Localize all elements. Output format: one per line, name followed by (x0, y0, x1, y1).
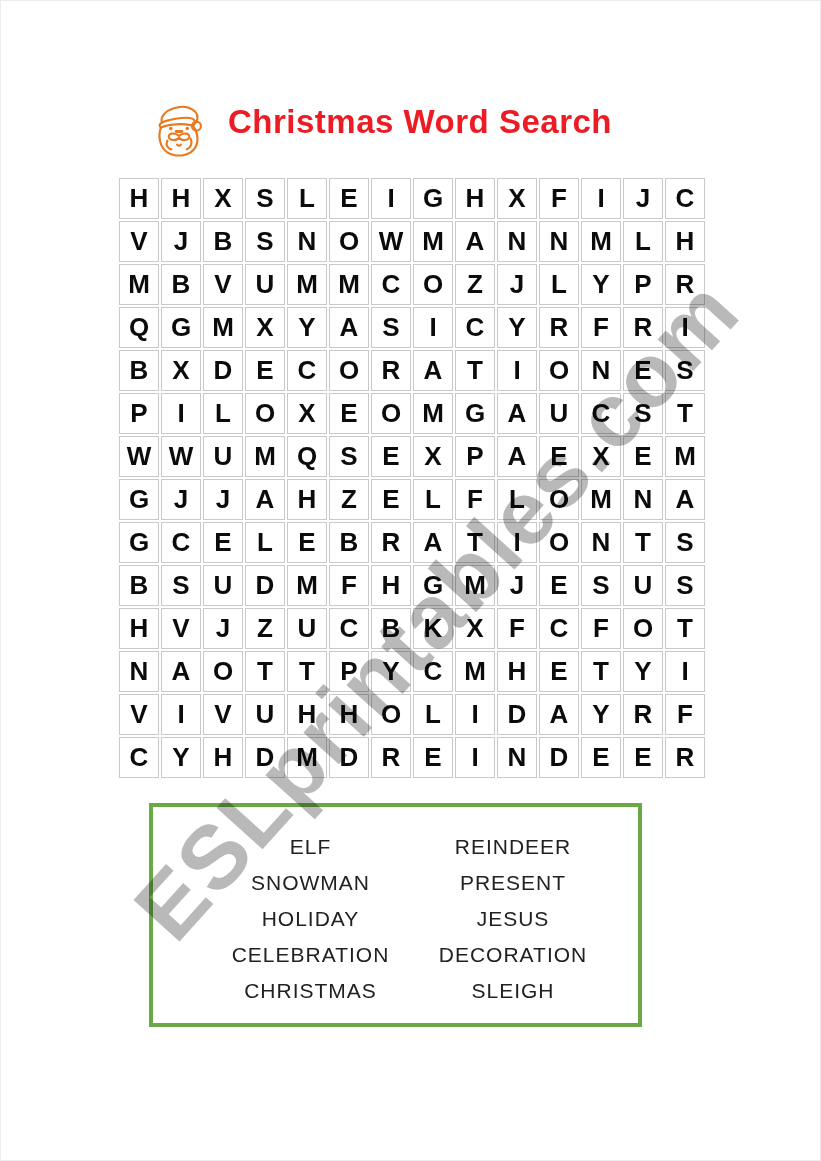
grid-cell-r10c10[interactable]: J (497, 565, 537, 606)
grid-cell-r13c14[interactable]: F (665, 694, 705, 735)
grid-cell-r7c11[interactable]: E (539, 436, 579, 477)
grid-cell-r8c1[interactable]: G (119, 479, 159, 520)
grid-cell-r10c12[interactable]: S (581, 565, 621, 606)
grid-cell-r12c3[interactable]: O (203, 651, 243, 692)
grid-cell-r1c9[interactable]: H (455, 178, 495, 219)
grid-cell-r9c11[interactable]: O (539, 522, 579, 563)
grid-cell-r7c7[interactable]: E (371, 436, 411, 477)
grid-cell-r4c2[interactable]: G (161, 307, 201, 348)
grid-cell-r7c2[interactable]: W (161, 436, 201, 477)
grid-cell-r3c14[interactable]: R (665, 264, 705, 305)
grid-cell-r8c10[interactable]: L (497, 479, 537, 520)
grid-cell-r9c10[interactable]: I (497, 522, 537, 563)
grid-cell-r14c12[interactable]: E (581, 737, 621, 778)
grid-cell-r2c3[interactable]: B (203, 221, 243, 262)
grid-cell-r7c9[interactable]: P (455, 436, 495, 477)
grid-cell-r8c6[interactable]: Z (329, 479, 369, 520)
grid-cell-r3c5[interactable]: M (287, 264, 327, 305)
grid-cell-r2c7[interactable]: W (371, 221, 411, 262)
grid-cell-r5c2[interactable]: X (161, 350, 201, 391)
grid-cell-r3c7[interactable]: C (371, 264, 411, 305)
grid-cell-r12c14[interactable]: I (665, 651, 705, 692)
grid-cell-r10c14[interactable]: S (665, 565, 705, 606)
grid-cell-r10c7[interactable]: H (371, 565, 411, 606)
grid-cell-r5c3[interactable]: D (203, 350, 243, 391)
grid-cell-r2c6[interactable]: O (329, 221, 369, 262)
grid-cell-r1c11[interactable]: F (539, 178, 579, 219)
grid-cell-r5c7[interactable]: R (371, 350, 411, 391)
grid-cell-r13c7[interactable]: O (371, 694, 411, 735)
grid-cell-r9c14[interactable]: S (665, 522, 705, 563)
grid-cell-r6c5[interactable]: X (287, 393, 327, 434)
grid-cell-r5c13[interactable]: E (623, 350, 663, 391)
grid-cell-r8c13[interactable]: N (623, 479, 663, 520)
grid-cell-r10c9[interactable]: M (455, 565, 495, 606)
grid-cell-r2c12[interactable]: M (581, 221, 621, 262)
grid-cell-r14c11[interactable]: D (539, 737, 579, 778)
grid-cell-r4c7[interactable]: S (371, 307, 411, 348)
grid-cell-r7c10[interactable]: A (497, 436, 537, 477)
wordsearch-grid: HHXSLEIGHXFIJCVJBSNOWMANNMLHMBVUMMCOZJLY… (119, 178, 705, 778)
grid-cell-r12c4[interactable]: T (245, 651, 285, 692)
grid-cell-r8c14[interactable]: A (665, 479, 705, 520)
grid-cell-r9c9[interactable]: T (455, 522, 495, 563)
grid-cell-r6c6[interactable]: E (329, 393, 369, 434)
grid-cell-r1c10[interactable]: X (497, 178, 537, 219)
grid-cell-r7c14[interactable]: M (665, 436, 705, 477)
grid-cell-r5c11[interactable]: O (539, 350, 579, 391)
grid-cell-r7c5[interactable]: Q (287, 436, 327, 477)
grid-cell-r4c3[interactable]: M (203, 307, 243, 348)
page-title: Christmas Word Search (228, 103, 612, 141)
grid-cell-r13c9[interactable]: I (455, 694, 495, 735)
grid-cell-r5c4[interactable]: E (245, 350, 285, 391)
grid-cell-r4c6[interactable]: A (329, 307, 369, 348)
grid-cell-r11c4[interactable]: Z (245, 608, 285, 649)
grid-cell-r13c10[interactable]: D (497, 694, 537, 735)
grid-cell-r12c2[interactable]: A (161, 651, 201, 692)
word-jesus: JESUS (388, 901, 638, 937)
grid-cell-r3c13[interactable]: P (623, 264, 663, 305)
grid-cell-r11c10[interactable]: F (497, 608, 537, 649)
grid-cell-r6c4[interactable]: O (245, 393, 285, 434)
grid-cell-r7c4[interactable]: M (245, 436, 285, 477)
grid-cell-r14c6[interactable]: D (329, 737, 369, 778)
grid-cell-r13c6[interactable]: H (329, 694, 369, 735)
grid-cell-r7c13[interactable]: E (623, 436, 663, 477)
grid-cell-r12c12[interactable]: T (581, 651, 621, 692)
grid-cell-r14c1[interactable]: C (119, 737, 159, 778)
grid-cell-r2c5[interactable]: N (287, 221, 327, 262)
grid-cell-r6c2[interactable]: I (161, 393, 201, 434)
grid-cell-r13c1[interactable]: V (119, 694, 159, 735)
grid-cell-r2c4[interactable]: S (245, 221, 285, 262)
grid-cell-r2c2[interactable]: J (161, 221, 201, 262)
grid-cell-r14c14[interactable]: R (665, 737, 705, 778)
grid-cell-r12c10[interactable]: H (497, 651, 537, 692)
grid-cell-r14c13[interactable]: E (623, 737, 663, 778)
grid-cell-r5c12[interactable]: N (581, 350, 621, 391)
grid-cell-r2c1[interactable]: V (119, 221, 159, 262)
word-sleigh: SLEIGH (388, 973, 638, 1009)
grid-cell-r13c11[interactable]: A (539, 694, 579, 735)
grid-cell-r3c4[interactable]: U (245, 264, 285, 305)
grid-cell-r11c1[interactable]: H (119, 608, 159, 649)
grid-cell-r14c8[interactable]: E (413, 737, 453, 778)
grid-cell-r5c1[interactable]: B (119, 350, 159, 391)
grid-cell-r1c14[interactable]: C (665, 178, 705, 219)
grid-cell-r4c14[interactable]: I (665, 307, 705, 348)
grid-cell-r6c9[interactable]: G (455, 393, 495, 434)
grid-cell-r1c1[interactable]: H (119, 178, 159, 219)
grid-cell-r7c3[interactable]: U (203, 436, 243, 477)
grid-cell-r11c3[interactable]: J (203, 608, 243, 649)
grid-cell-r4c11[interactable]: R (539, 307, 579, 348)
grid-cell-r8c7[interactable]: E (371, 479, 411, 520)
santa-face-icon (147, 99, 211, 161)
word-reindeer: REINDEER (388, 829, 638, 865)
grid-cell-r8c5[interactable]: H (287, 479, 327, 520)
grid-cell-r12c8[interactable]: C (413, 651, 453, 692)
word-bank-box: ELFSNOWMANHOLIDAYCELEBRATIONCHRISTMAS RE… (149, 803, 642, 1027)
grid-cell-r3c6[interactable]: M (329, 264, 369, 305)
grid-cell-r12c5[interactable]: T (287, 651, 327, 692)
grid-cell-r2c8[interactable]: M (413, 221, 453, 262)
grid-cell-r9c8[interactable]: A (413, 522, 453, 563)
grid-cell-r9c7[interactable]: R (371, 522, 411, 563)
grid-cell-r7c6[interactable]: S (329, 436, 369, 477)
grid-cell-r3c9[interactable]: Z (455, 264, 495, 305)
word-decoration: DECORATION (388, 937, 638, 973)
grid-cell-r5c14[interactable]: S (665, 350, 705, 391)
grid-cell-r5c8[interactable]: A (413, 350, 453, 391)
grid-cell-r13c2[interactable]: I (161, 694, 201, 735)
grid-cell-r10c3[interactable]: U (203, 565, 243, 606)
grid-cell-r6c3[interactable]: L (203, 393, 243, 434)
grid-cell-r4c8[interactable]: I (413, 307, 453, 348)
grid-cell-r1c3[interactable]: X (203, 178, 243, 219)
grid-cell-r6c13[interactable]: S (623, 393, 663, 434)
grid-cell-r3c12[interactable]: Y (581, 264, 621, 305)
grid-cell-r4c12[interactable]: F (581, 307, 621, 348)
word-present: PRESENT (388, 865, 638, 901)
grid-cell-r11c8[interactable]: K (413, 608, 453, 649)
grid-cell-r9c6[interactable]: B (329, 522, 369, 563)
grid-cell-r1c5[interactable]: L (287, 178, 327, 219)
grid-cell-r7c12[interactable]: X (581, 436, 621, 477)
grid-cell-r9c4[interactable]: L (245, 522, 285, 563)
grid-cell-r6c11[interactable]: U (539, 393, 579, 434)
grid-cell-r6c12[interactable]: C (581, 393, 621, 434)
grid-cell-r8c2[interactable]: J (161, 479, 201, 520)
grid-cell-r6c8[interactable]: M (413, 393, 453, 434)
grid-cell-r13c12[interactable]: Y (581, 694, 621, 735)
grid-cell-r9c13[interactable]: T (623, 522, 663, 563)
grid-cell-r1c4[interactable]: S (245, 178, 285, 219)
grid-cell-r1c2[interactable]: H (161, 178, 201, 219)
grid-cell-r11c11[interactable]: C (539, 608, 579, 649)
grid-cell-r2c14[interactable]: H (665, 221, 705, 262)
grid-cell-r4c10[interactable]: Y (497, 307, 537, 348)
grid-cell-r4c9[interactable]: C (455, 307, 495, 348)
grid-cell-r12c7[interactable]: Y (371, 651, 411, 692)
grid-cell-r1c12[interactable]: I (581, 178, 621, 219)
grid-cell-r8c4[interactable]: A (245, 479, 285, 520)
grid-cell-r8c11[interactable]: O (539, 479, 579, 520)
grid-cell-r12c1[interactable]: N (119, 651, 159, 692)
grid-cell-r10c6[interactable]: F (329, 565, 369, 606)
grid-cell-r6c10[interactable]: A (497, 393, 537, 434)
grid-cell-r2c13[interactable]: L (623, 221, 663, 262)
grid-cell-r12c6[interactable]: P (329, 651, 369, 692)
grid-cell-r14c7[interactable]: R (371, 737, 411, 778)
grid-cell-r3c2[interactable]: B (161, 264, 201, 305)
grid-cell-r6c14[interactable]: T (665, 393, 705, 434)
grid-cell-r4c1[interactable]: Q (119, 307, 159, 348)
grid-cell-r9c12[interactable]: N (581, 522, 621, 563)
grid-cell-r14c2[interactable]: Y (161, 737, 201, 778)
grid-cell-r12c11[interactable]: E (539, 651, 579, 692)
grid-cell-r8c9[interactable]: F (455, 479, 495, 520)
grid-cell-r1c6[interactable]: E (329, 178, 369, 219)
grid-cell-r11c13[interactable]: O (623, 608, 663, 649)
grid-cell-r11c12[interactable]: F (581, 608, 621, 649)
grid-cell-r2c11[interactable]: N (539, 221, 579, 262)
grid-cell-r13c5[interactable]: H (287, 694, 327, 735)
grid-cell-r10c1[interactable]: B (119, 565, 159, 606)
grid-cell-r10c2[interactable]: S (161, 565, 201, 606)
grid-cell-r9c3[interactable]: E (203, 522, 243, 563)
grid-cell-r12c13[interactable]: Y (623, 651, 663, 692)
grid-cell-r10c13[interactable]: U (623, 565, 663, 606)
grid-cell-r2c10[interactable]: N (497, 221, 537, 262)
grid-cell-r6c7[interactable]: O (371, 393, 411, 434)
grid-cell-r4c4[interactable]: X (245, 307, 285, 348)
grid-cell-r5c10[interactable]: I (497, 350, 537, 391)
grid-cell-r9c5[interactable]: E (287, 522, 327, 563)
grid-cell-r5c5[interactable]: C (287, 350, 327, 391)
grid-cell-r3c8[interactable]: O (413, 264, 453, 305)
grid-cell-r11c9[interactable]: X (455, 608, 495, 649)
grid-cell-r1c13[interactable]: J (623, 178, 663, 219)
grid-cell-r9c2[interactable]: C (161, 522, 201, 563)
grid-cell-r9c1[interactable]: G (119, 522, 159, 563)
grid-cell-r3c10[interactable]: J (497, 264, 537, 305)
grid-cell-r1c8[interactable]: G (413, 178, 453, 219)
grid-cell-r4c5[interactable]: Y (287, 307, 327, 348)
word-col-right: REINDEERPRESENTJESUSDECORATIONSLEIGH (388, 829, 638, 1009)
grid-cell-r7c8[interactable]: X (413, 436, 453, 477)
grid-cell-r14c4[interactable]: D (245, 737, 285, 778)
grid-cell-r8c12[interactable]: M (581, 479, 621, 520)
grid-cell-r14c9[interactable]: I (455, 737, 495, 778)
grid-cell-r2c9[interactable]: A (455, 221, 495, 262)
grid-cell-r14c3[interactable]: H (203, 737, 243, 778)
grid-cell-r8c3[interactable]: J (203, 479, 243, 520)
grid-cell-r1c7[interactable]: I (371, 178, 411, 219)
grid-cell-r14c10[interactable]: N (497, 737, 537, 778)
grid-cell-r13c8[interactable]: L (413, 694, 453, 735)
grid-cell-r7c1[interactable]: W (119, 436, 159, 477)
grid-cell-r11c5[interactable]: U (287, 608, 327, 649)
grid-cell-r12c9[interactable]: M (455, 651, 495, 692)
grid-cell-r4c13[interactable]: R (623, 307, 663, 348)
grid-cell-r5c6[interactable]: O (329, 350, 369, 391)
grid-cell-r11c2[interactable]: V (161, 608, 201, 649)
grid-cell-r13c4[interactable]: U (245, 694, 285, 735)
grid-cell-r3c3[interactable]: V (203, 264, 243, 305)
grid-cell-r13c3[interactable]: V (203, 694, 243, 735)
grid-cell-r3c11[interactable]: L (539, 264, 579, 305)
grid-cell-r10c5[interactable]: M (287, 565, 327, 606)
grid-cell-r11c7[interactable]: B (371, 608, 411, 649)
grid-cell-r10c11[interactable]: E (539, 565, 579, 606)
grid-cell-r3c1[interactable]: M (119, 264, 159, 305)
grid-cell-r11c14[interactable]: T (665, 608, 705, 649)
grid-cell-r8c8[interactable]: L (413, 479, 453, 520)
grid-cell-r13c13[interactable]: R (623, 694, 663, 735)
grid-cell-r14c5[interactable]: M (287, 737, 327, 778)
grid-cell-r10c8[interactable]: G (413, 565, 453, 606)
grid-cell-r5c9[interactable]: T (455, 350, 495, 391)
grid-cell-r10c4[interactable]: D (245, 565, 285, 606)
grid-cell-r11c6[interactable]: C (329, 608, 369, 649)
grid-cell-r6c1[interactable]: P (119, 393, 159, 434)
